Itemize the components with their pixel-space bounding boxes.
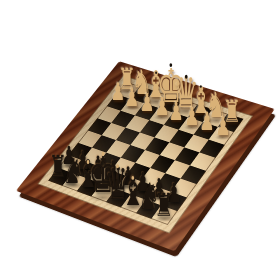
square-a2 [209,127,234,145]
chess-set-photo: ♜♞♝♛♚♝♞♜♟♟♟♟♟♟♟♟♟♟♟♟♟♟♟♟♜♞♝♛♚♝♞♜ [0,0,280,280]
square-b4 [175,147,200,165]
square-c5 [150,155,175,173]
square-f8 [76,178,101,197]
square-a3 [200,140,225,158]
square-a4 [190,152,215,170]
square-c8 [121,195,146,214]
square-d5 [135,150,160,168]
square-b8 [136,200,161,219]
square-a7 [161,192,186,211]
finial-tip [170,64,173,68]
square-b7 [146,187,171,206]
square-a5 [181,166,206,185]
square-b5 [165,160,190,178]
square-c7 [131,181,156,200]
square-d8 [106,189,131,208]
square-e7 [101,171,126,189]
square-e8 [91,184,116,203]
square-b6 [156,173,181,192]
square-c6 [141,168,166,187]
board-3d [16,61,275,251]
square-b3 [185,135,210,153]
board-border-maple [37,75,253,233]
board-frame-rosewood [16,61,275,251]
square-a6 [171,179,196,198]
square-d6 [126,163,151,181]
square-a8 [151,206,177,226]
square-c4 [160,142,185,160]
finial-tip [185,74,188,78]
square-d7 [116,176,141,195]
